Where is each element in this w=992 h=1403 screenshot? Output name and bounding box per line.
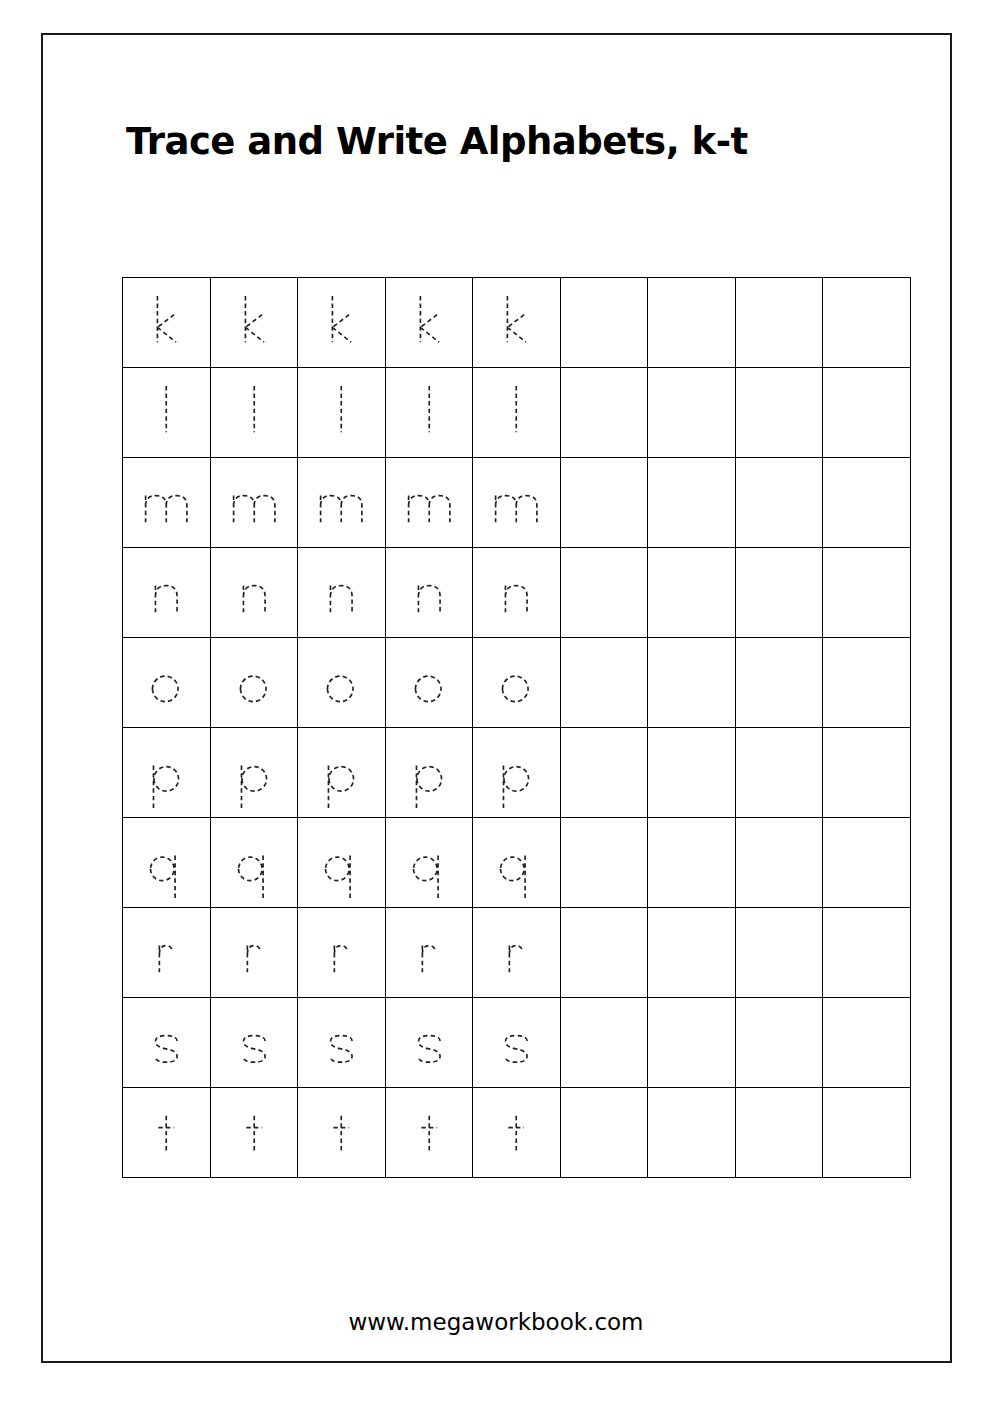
write-cell-r-9 [823, 908, 911, 998]
trace-letter-o [211, 638, 298, 727]
trace-letter-r [473, 908, 560, 997]
write-cell-p-6 [561, 728, 649, 818]
trace-letter-o [473, 638, 560, 727]
letter-stroke [422, 946, 435, 973]
write-cell-t-6 [561, 1088, 649, 1178]
trace-cell-o-3 [298, 638, 386, 728]
write-cell-r-6 [561, 908, 649, 998]
write-cell-k-8 [736, 278, 824, 368]
trace-letter-t [211, 1088, 298, 1177]
trace-cell-k-3 [298, 278, 386, 368]
letter-stroke [502, 676, 528, 702]
letter-stroke [245, 296, 264, 342]
write-cell-q-9 [823, 818, 911, 908]
trace-cell-r-1 [123, 908, 211, 998]
trace-cell-l-5 [473, 368, 561, 458]
trace-cell-m-5 [473, 458, 561, 548]
trace-letter-n [211, 548, 298, 637]
write-cell-l-8 [736, 368, 824, 458]
trace-cell-q-3 [298, 818, 386, 908]
trace-letter-p [298, 728, 385, 817]
trace-cell-o-5 [473, 638, 561, 728]
write-cell-t-8 [736, 1088, 824, 1178]
write-cell-q-6 [561, 818, 649, 908]
letter-stroke [508, 1116, 524, 1153]
letter-stroke [408, 496, 449, 523]
trace-letter-o [386, 638, 473, 727]
trace-cell-t-5 [473, 1088, 561, 1178]
trace-cell-o-4 [386, 638, 474, 728]
trace-letter-m [473, 458, 560, 547]
trace-cell-k-1 [123, 278, 211, 368]
trace-cell-s-3 [298, 998, 386, 1088]
write-cell-l-6 [561, 368, 649, 458]
trace-cell-k-2 [211, 278, 299, 368]
trace-cell-t-4 [386, 1088, 474, 1178]
trace-letter-n [123, 548, 210, 637]
letter-stroke [155, 1036, 177, 1063]
letter-stroke [496, 496, 537, 523]
write-cell-k-7 [648, 278, 736, 368]
write-cell-m-6 [561, 458, 649, 548]
write-cell-s-9 [823, 998, 911, 1088]
letter-stroke [330, 586, 352, 613]
trace-letter-l [211, 368, 298, 457]
trace-letter-o [298, 638, 385, 727]
letter-stroke [146, 496, 187, 523]
letter-stroke [241, 766, 266, 809]
letter-stroke [334, 946, 347, 973]
trace-letter-o [123, 638, 210, 727]
trace-letter-t [298, 1088, 385, 1177]
footer-url: www.megaworkbook.com [0, 1309, 992, 1335]
write-cell-n-8 [736, 548, 824, 638]
trace-letter-m [211, 458, 298, 547]
letter-stroke [501, 856, 526, 899]
write-cell-p-8 [736, 728, 824, 818]
trace-cell-q-4 [386, 818, 474, 908]
trace-letter-m [298, 458, 385, 547]
trace-cell-r-3 [298, 908, 386, 998]
trace-cell-o-2 [211, 638, 299, 728]
trace-cell-m-1 [123, 458, 211, 548]
trace-letter-t [386, 1088, 473, 1177]
write-cell-r-7 [648, 908, 736, 998]
trace-letter-p [386, 728, 473, 817]
letter-stroke [159, 946, 172, 973]
letter-stroke [332, 296, 351, 342]
trace-letter-t [473, 1088, 560, 1177]
write-cell-m-8 [736, 458, 824, 548]
trace-letter-q [123, 818, 210, 907]
trace-cell-m-3 [298, 458, 386, 548]
write-cell-k-6 [561, 278, 649, 368]
trace-letter-l [123, 368, 210, 457]
letter-stroke [155, 586, 177, 613]
trace-cell-r-2 [211, 908, 299, 998]
trace-letter-r [123, 908, 210, 997]
write-cell-p-9 [823, 728, 911, 818]
letter-stroke [413, 856, 438, 899]
trace-letter-s [473, 998, 560, 1087]
trace-cell-r-4 [386, 908, 474, 998]
trace-letter-k [298, 278, 385, 367]
write-cell-p-7 [648, 728, 736, 818]
page-title: Trace and Write Alphabets, k-t [126, 120, 748, 163]
letter-stroke [503, 766, 528, 809]
trace-cell-s-4 [386, 998, 474, 1088]
trace-letter-k [386, 278, 473, 367]
write-cell-n-7 [648, 548, 736, 638]
trace-cell-l-3 [298, 368, 386, 458]
trace-cell-t-2 [211, 1088, 299, 1178]
write-cell-o-6 [561, 638, 649, 728]
trace-letter-n [298, 548, 385, 637]
trace-letter-k [123, 278, 210, 367]
trace-letter-k [211, 278, 298, 367]
trace-cell-q-5 [473, 818, 561, 908]
trace-cell-k-4 [386, 278, 474, 368]
trace-letter-n [386, 548, 473, 637]
trace-cell-l-4 [386, 368, 474, 458]
trace-letter-l [298, 368, 385, 457]
letter-stroke [507, 296, 526, 342]
letter-stroke [243, 1036, 265, 1063]
trace-cell-o-1 [123, 638, 211, 728]
letter-stroke [158, 1116, 174, 1153]
letter-stroke [418, 586, 440, 613]
trace-cell-n-2 [211, 548, 299, 638]
trace-cell-t-1 [123, 1088, 211, 1178]
trace-cell-n-3 [298, 548, 386, 638]
write-cell-o-7 [648, 638, 736, 728]
letter-stroke [505, 1036, 527, 1063]
trace-cell-p-3 [298, 728, 386, 818]
trace-cell-k-5 [473, 278, 561, 368]
trace-letter-q [473, 818, 560, 907]
write-cell-l-9 [823, 368, 911, 458]
trace-cell-q-2 [211, 818, 299, 908]
write-cell-m-7 [648, 458, 736, 548]
letter-stroke [321, 496, 362, 523]
trace-letter-p [123, 728, 210, 817]
letter-stroke [328, 766, 353, 809]
trace-letter-r [298, 908, 385, 997]
write-cell-t-9 [823, 1088, 911, 1178]
trace-cell-m-4 [386, 458, 474, 548]
trace-cell-q-1 [123, 818, 211, 908]
trace-letter-s [298, 998, 385, 1087]
letter-stroke [415, 676, 441, 702]
trace-cell-s-1 [123, 998, 211, 1088]
write-cell-s-6 [561, 998, 649, 1088]
write-cell-o-9 [823, 638, 911, 728]
trace-letter-n [473, 548, 560, 637]
letter-stroke [416, 766, 441, 809]
letter-stroke [327, 676, 353, 702]
letter-stroke [421, 1116, 437, 1153]
trace-letter-l [386, 368, 473, 457]
trace-letter-l [473, 368, 560, 457]
trace-cell-t-3 [298, 1088, 386, 1178]
letter-stroke [157, 296, 176, 342]
trace-letter-q [211, 818, 298, 907]
trace-cell-m-2 [211, 458, 299, 548]
letter-stroke [505, 586, 527, 613]
trace-letter-t [123, 1088, 210, 1177]
trace-cell-p-5 [473, 728, 561, 818]
letter-stroke [330, 1036, 352, 1063]
letter-stroke [418, 1036, 440, 1063]
write-cell-m-9 [823, 458, 911, 548]
trace-letter-r [386, 908, 473, 997]
trace-cell-l-2 [211, 368, 299, 458]
letter-stroke [420, 296, 439, 342]
write-cell-t-7 [648, 1088, 736, 1178]
letter-stroke [238, 856, 263, 899]
trace-cell-s-2 [211, 998, 299, 1088]
trace-grid [122, 277, 911, 1178]
write-cell-n-9 [823, 548, 911, 638]
write-cell-n-6 [561, 548, 649, 638]
letter-stroke [326, 856, 351, 899]
trace-cell-s-5 [473, 998, 561, 1088]
trace-cell-r-5 [473, 908, 561, 998]
write-cell-q-8 [736, 818, 824, 908]
trace-cell-p-2 [211, 728, 299, 818]
trace-letter-m [386, 458, 473, 547]
letter-stroke [240, 676, 266, 702]
trace-letter-k [473, 278, 560, 367]
write-cell-o-8 [736, 638, 824, 728]
letter-stroke [153, 766, 178, 809]
trace-cell-n-5 [473, 548, 561, 638]
letter-stroke [151, 856, 176, 899]
letter-stroke [246, 1116, 262, 1153]
write-cell-s-8 [736, 998, 824, 1088]
trace-letter-r [211, 908, 298, 997]
write-cell-q-7 [648, 818, 736, 908]
trace-cell-n-4 [386, 548, 474, 638]
letter-stroke [247, 946, 260, 973]
trace-letter-m [123, 458, 210, 547]
letter-stroke [233, 496, 274, 523]
trace-letter-s [386, 998, 473, 1087]
trace-letter-p [473, 728, 560, 817]
write-cell-l-7 [648, 368, 736, 458]
trace-letter-q [386, 818, 473, 907]
trace-letter-s [123, 998, 210, 1087]
write-cell-s-7 [648, 998, 736, 1088]
letter-stroke [333, 1116, 349, 1153]
letter-stroke [509, 946, 522, 973]
letter-stroke [152, 676, 178, 702]
letter-stroke [243, 586, 265, 613]
trace-cell-p-1 [123, 728, 211, 818]
trace-letter-q [298, 818, 385, 907]
trace-cell-n-1 [123, 548, 211, 638]
trace-cell-l-1 [123, 368, 211, 458]
write-cell-k-9 [823, 278, 911, 368]
write-cell-r-8 [736, 908, 824, 998]
trace-cell-p-4 [386, 728, 474, 818]
trace-letter-p [211, 728, 298, 817]
trace-letter-s [211, 998, 298, 1087]
